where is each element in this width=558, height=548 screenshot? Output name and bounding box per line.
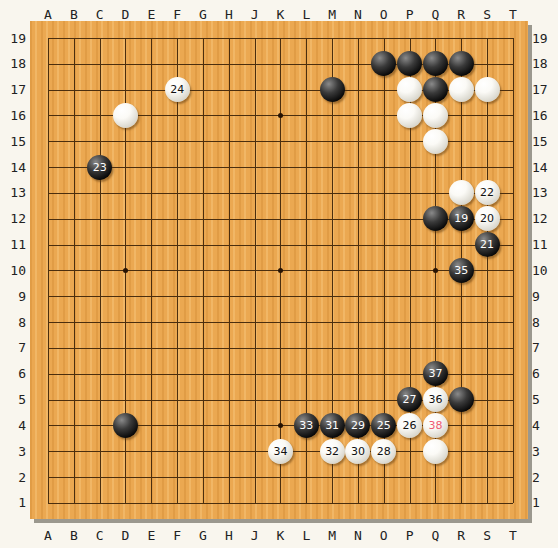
stone-black-S11: 21 bbox=[475, 232, 500, 257]
stone-black-R10: 35 bbox=[449, 258, 474, 283]
row-label-right-10: 10 bbox=[532, 263, 554, 278]
col-label-bottom-R: R bbox=[450, 528, 472, 543]
col-label-bottom-S: S bbox=[476, 528, 498, 543]
col-label-top-O: O bbox=[373, 7, 395, 22]
stone-black-O4: 25 bbox=[371, 413, 396, 438]
col-label-bottom-M: M bbox=[321, 528, 343, 543]
move-number: 20 bbox=[480, 212, 494, 225]
row-label-left-1: 1 bbox=[4, 495, 26, 510]
stone-white-P16 bbox=[397, 103, 422, 128]
row-label-left-10: 10 bbox=[4, 263, 26, 278]
grid-line-horizontal bbox=[48, 348, 513, 349]
row-label-left-13: 13 bbox=[4, 185, 26, 200]
move-number: 37 bbox=[428, 367, 442, 380]
row-label-right-18: 18 bbox=[532, 56, 554, 71]
col-label-bottom-P: P bbox=[399, 528, 421, 543]
col-label-bottom-H: H bbox=[218, 528, 240, 543]
row-label-right-14: 14 bbox=[532, 160, 554, 175]
stone-white-P17 bbox=[397, 77, 422, 102]
star-point-K16 bbox=[278, 113, 283, 118]
row-label-left-3: 3 bbox=[4, 444, 26, 459]
move-number: 26 bbox=[403, 419, 417, 432]
move-number: 35 bbox=[454, 264, 468, 277]
col-label-bottom-K: K bbox=[269, 528, 291, 543]
row-label-left-7: 7 bbox=[4, 340, 26, 355]
stone-white-S17 bbox=[475, 77, 500, 102]
move-number: 28 bbox=[377, 445, 391, 458]
star-point-K4 bbox=[278, 423, 283, 428]
row-label-right-12: 12 bbox=[532, 211, 554, 226]
col-label-bottom-D: D bbox=[114, 528, 136, 543]
stone-black-Q12 bbox=[423, 206, 448, 231]
col-label-top-M: M bbox=[321, 7, 343, 22]
star-point-K10 bbox=[278, 268, 283, 273]
row-label-right-13: 13 bbox=[532, 185, 554, 200]
star-point-Q10 bbox=[433, 268, 438, 273]
stone-white-Q15 bbox=[423, 129, 448, 154]
stone-black-Q6: 37 bbox=[423, 361, 448, 386]
stone-black-P18 bbox=[397, 51, 422, 76]
row-label-left-11: 11 bbox=[4, 237, 26, 252]
row-label-right-5: 5 bbox=[532, 392, 554, 407]
col-label-bottom-L: L bbox=[295, 528, 317, 543]
col-label-top-C: C bbox=[89, 7, 111, 22]
col-label-top-T: T bbox=[502, 7, 524, 22]
row-label-left-9: 9 bbox=[4, 289, 26, 304]
row-label-right-17: 17 bbox=[532, 82, 554, 97]
row-label-left-18: 18 bbox=[4, 56, 26, 71]
move-number: 33 bbox=[299, 419, 313, 432]
col-label-top-G: G bbox=[192, 7, 214, 22]
grid-line-horizontal bbox=[48, 296, 513, 297]
row-label-left-4: 4 bbox=[4, 418, 26, 433]
grid-line-horizontal bbox=[48, 477, 513, 478]
stone-white-K3: 34 bbox=[268, 439, 293, 464]
stone-black-D4 bbox=[113, 413, 138, 438]
move-number: 27 bbox=[403, 393, 417, 406]
stone-white-P4: 26 bbox=[397, 413, 422, 438]
move-number: 36 bbox=[428, 393, 442, 406]
row-label-left-14: 14 bbox=[4, 160, 26, 175]
row-label-right-3: 3 bbox=[532, 444, 554, 459]
row-label-right-9: 9 bbox=[532, 289, 554, 304]
stone-white-Q16 bbox=[423, 103, 448, 128]
move-number: 19 bbox=[454, 212, 468, 225]
row-label-left-16: 16 bbox=[4, 108, 26, 123]
stone-black-Q17 bbox=[423, 77, 448, 102]
stone-white-R17 bbox=[449, 77, 474, 102]
col-label-bottom-E: E bbox=[140, 528, 162, 543]
col-label-bottom-T: T bbox=[502, 528, 524, 543]
col-label-top-N: N bbox=[347, 7, 369, 22]
stone-black-R18 bbox=[449, 51, 474, 76]
grid-line-horizontal bbox=[48, 322, 513, 323]
move-number: 29 bbox=[351, 419, 365, 432]
stone-white-N3: 30 bbox=[345, 439, 370, 464]
col-label-bottom-C: C bbox=[89, 528, 111, 543]
col-label-top-J: J bbox=[244, 7, 266, 22]
col-label-top-P: P bbox=[399, 7, 421, 22]
stone-white-S12: 20 bbox=[475, 206, 500, 231]
stone-black-R5 bbox=[449, 387, 474, 412]
last-move-number: 38 bbox=[428, 419, 442, 432]
row-label-left-17: 17 bbox=[4, 82, 26, 97]
col-label-top-S: S bbox=[476, 7, 498, 22]
stone-white-Q4: 38 bbox=[423, 413, 448, 438]
row-label-left-8: 8 bbox=[4, 315, 26, 330]
col-label-top-R: R bbox=[450, 7, 472, 22]
col-label-top-E: E bbox=[140, 7, 162, 22]
stone-black-L4: 33 bbox=[294, 413, 319, 438]
move-number: 21 bbox=[480, 238, 494, 251]
stone-white-M3: 32 bbox=[320, 439, 345, 464]
row-label-right-6: 6 bbox=[532, 366, 554, 381]
row-label-left-12: 12 bbox=[4, 211, 26, 226]
grid-line-vertical bbox=[513, 38, 514, 503]
stone-black-C14: 23 bbox=[87, 155, 112, 180]
stone-black-M17 bbox=[320, 77, 345, 102]
move-number: 34 bbox=[273, 445, 287, 458]
col-label-top-Q: Q bbox=[424, 7, 446, 22]
move-number: 22 bbox=[480, 186, 494, 199]
go-game-diagram: 2423221920213537273633312925263834323028… bbox=[0, 0, 558, 548]
row-label-left-15: 15 bbox=[4, 134, 26, 149]
col-label-top-K: K bbox=[269, 7, 291, 22]
col-label-bottom-A: A bbox=[37, 528, 59, 543]
row-label-right-1: 1 bbox=[532, 495, 554, 510]
col-label-top-B: B bbox=[63, 7, 85, 22]
row-label-right-7: 7 bbox=[532, 340, 554, 355]
stone-black-Q18 bbox=[423, 51, 448, 76]
stone-white-O3: 28 bbox=[371, 439, 396, 464]
move-number: 25 bbox=[377, 419, 391, 432]
row-label-left-2: 2 bbox=[4, 470, 26, 485]
stone-white-Q5: 36 bbox=[423, 387, 448, 412]
row-label-right-4: 4 bbox=[532, 418, 554, 433]
col-label-bottom-G: G bbox=[192, 528, 214, 543]
col-label-bottom-Q: Q bbox=[424, 528, 446, 543]
col-label-top-A: A bbox=[37, 7, 59, 22]
row-label-left-6: 6 bbox=[4, 366, 26, 381]
go-board[interactable]: 2423221920213537273633312925263834323028 bbox=[30, 21, 528, 519]
stone-white-D16 bbox=[113, 103, 138, 128]
col-label-top-F: F bbox=[166, 7, 188, 22]
col-label-bottom-F: F bbox=[166, 528, 188, 543]
grid-line-horizontal bbox=[48, 503, 513, 504]
stone-black-N4: 29 bbox=[345, 413, 370, 438]
row-label-right-15: 15 bbox=[532, 134, 554, 149]
move-number: 31 bbox=[325, 419, 339, 432]
row-label-right-8: 8 bbox=[532, 315, 554, 330]
col-label-bottom-N: N bbox=[347, 528, 369, 543]
col-label-bottom-J: J bbox=[244, 528, 266, 543]
move-number: 30 bbox=[351, 445, 365, 458]
move-number: 32 bbox=[325, 445, 339, 458]
stone-black-P5: 27 bbox=[397, 387, 422, 412]
col-label-bottom-O: O bbox=[373, 528, 395, 543]
row-label-left-19: 19 bbox=[4, 31, 26, 46]
col-label-top-H: H bbox=[218, 7, 240, 22]
grid-line-vertical bbox=[487, 38, 488, 503]
stone-black-O18 bbox=[371, 51, 396, 76]
row-label-right-2: 2 bbox=[532, 470, 554, 485]
stone-white-F17: 24 bbox=[165, 77, 190, 102]
col-label-top-D: D bbox=[114, 7, 136, 22]
star-point-D10 bbox=[123, 268, 128, 273]
stone-white-S13: 22 bbox=[475, 180, 500, 205]
stone-black-M4: 31 bbox=[320, 413, 345, 438]
row-label-right-19: 19 bbox=[532, 31, 554, 46]
stone-white-Q3 bbox=[423, 439, 448, 464]
row-label-right-11: 11 bbox=[532, 237, 554, 252]
row-label-right-16: 16 bbox=[532, 108, 554, 123]
col-label-bottom-B: B bbox=[63, 528, 85, 543]
col-label-top-L: L bbox=[295, 7, 317, 22]
stone-black-R12: 19 bbox=[449, 206, 474, 231]
stone-white-R13 bbox=[449, 180, 474, 205]
move-number: 24 bbox=[170, 83, 184, 96]
row-label-left-5: 5 bbox=[4, 392, 26, 407]
move-number: 23 bbox=[93, 161, 107, 174]
